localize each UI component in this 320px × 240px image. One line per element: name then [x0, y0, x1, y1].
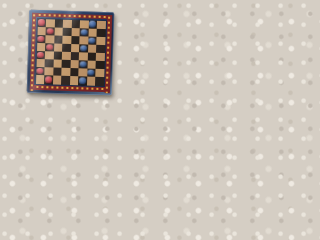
square-r6c1[interactable] — [36, 59, 45, 67]
checkers-board-box — [27, 10, 115, 96]
square-r4c3[interactable] — [54, 43, 63, 51]
square-r4c6[interactable] — [79, 44, 88, 52]
square-r6c5[interactable] — [70, 60, 79, 68]
square-r3c8[interactable] — [96, 37, 105, 45]
red-piece[interactable] — [37, 52, 44, 58]
square-r8c5[interactable] — [69, 76, 78, 84]
blue-piece[interactable] — [80, 29, 87, 35]
red-piece[interactable] — [38, 19, 45, 25]
square-r8c7[interactable] — [86, 77, 95, 85]
square-r5c7[interactable] — [87, 53, 96, 61]
square-r2c1[interactable] — [37, 27, 46, 35]
square-r5c8[interactable] — [96, 53, 105, 61]
square-r6c3[interactable] — [53, 60, 62, 68]
square-r5c5[interactable] — [70, 52, 79, 60]
square-r3c4[interactable] — [62, 35, 71, 43]
square-r7c1[interactable] — [36, 67, 45, 75]
blue-piece[interactable] — [88, 70, 95, 76]
square-r4c4[interactable] — [62, 44, 71, 52]
square-r3c6[interactable] — [79, 36, 88, 44]
red-piece[interactable] — [46, 44, 53, 50]
square-r2c8[interactable] — [97, 28, 106, 36]
square-r2c4[interactable] — [63, 27, 72, 35]
red-piece[interactable] — [37, 68, 44, 74]
square-r7c6[interactable] — [78, 69, 87, 77]
square-r7c5[interactable] — [70, 68, 79, 76]
square-r2c3[interactable] — [54, 27, 63, 35]
square-r7c7[interactable] — [87, 69, 96, 77]
carpet-background: { "game": "checkers", "scene": { "descri… — [0, 0, 142, 107]
square-r1c2[interactable] — [46, 19, 55, 27]
square-r4c7[interactable] — [88, 44, 97, 52]
red-piece[interactable] — [38, 36, 45, 42]
square-r6c8[interactable] — [95, 61, 104, 69]
square-r6c7[interactable] — [87, 61, 96, 69]
square-r3c7[interactable] — [88, 36, 97, 44]
square-r3c2[interactable] — [45, 35, 54, 43]
square-r1c7[interactable] — [88, 20, 97, 28]
red-piece[interactable] — [46, 28, 53, 34]
blue-piece[interactable] — [89, 21, 96, 27]
square-r8c2[interactable] — [44, 76, 53, 84]
square-r5c6[interactable] — [79, 52, 88, 60]
square-r1c5[interactable] — [71, 20, 80, 28]
square-r5c2[interactable] — [45, 51, 54, 59]
blue-piece[interactable] — [79, 78, 86, 84]
square-r5c3[interactable] — [53, 51, 62, 59]
square-r1c6[interactable] — [80, 20, 89, 28]
red-piece[interactable] — [45, 77, 52, 83]
square-r6c4[interactable] — [62, 60, 71, 68]
square-r7c8[interactable] — [95, 69, 104, 77]
square-r8c4[interactable] — [61, 76, 70, 84]
square-r6c2[interactable] — [45, 59, 54, 67]
checkerboard-grid — [34, 17, 106, 86]
blue-piece[interactable] — [79, 61, 86, 67]
square-r6c6[interactable] — [79, 60, 88, 68]
square-r7c2[interactable] — [44, 67, 53, 75]
square-r2c7[interactable] — [88, 28, 97, 36]
square-r5c1[interactable] — [36, 51, 45, 59]
square-r1c8[interactable] — [97, 20, 106, 28]
square-r4c1[interactable] — [37, 43, 46, 51]
square-r1c1[interactable] — [37, 18, 46, 26]
blue-piece[interactable] — [89, 37, 96, 43]
square-r3c3[interactable] — [54, 35, 63, 43]
square-r8c6[interactable] — [78, 77, 87, 85]
square-r1c3[interactable] — [54, 19, 63, 27]
square-r5c4[interactable] — [62, 52, 71, 60]
square-r8c8[interactable] — [95, 77, 104, 85]
square-r8c3[interactable] — [53, 76, 62, 84]
square-r7c3[interactable] — [53, 68, 62, 76]
square-r4c5[interactable] — [71, 44, 80, 52]
square-r4c2[interactable] — [45, 43, 54, 51]
square-r2c2[interactable] — [46, 27, 55, 35]
square-r1c4[interactable] — [63, 19, 72, 27]
square-r2c6[interactable] — [80, 28, 89, 36]
square-r2c5[interactable] — [71, 28, 80, 36]
square-r8c1[interactable] — [36, 75, 45, 83]
square-r4c8[interactable] — [96, 45, 105, 53]
square-r7c4[interactable] — [61, 68, 70, 76]
square-r3c1[interactable] — [37, 35, 46, 43]
blue-piece[interactable] — [80, 45, 87, 51]
square-r3c5[interactable] — [71, 36, 80, 44]
